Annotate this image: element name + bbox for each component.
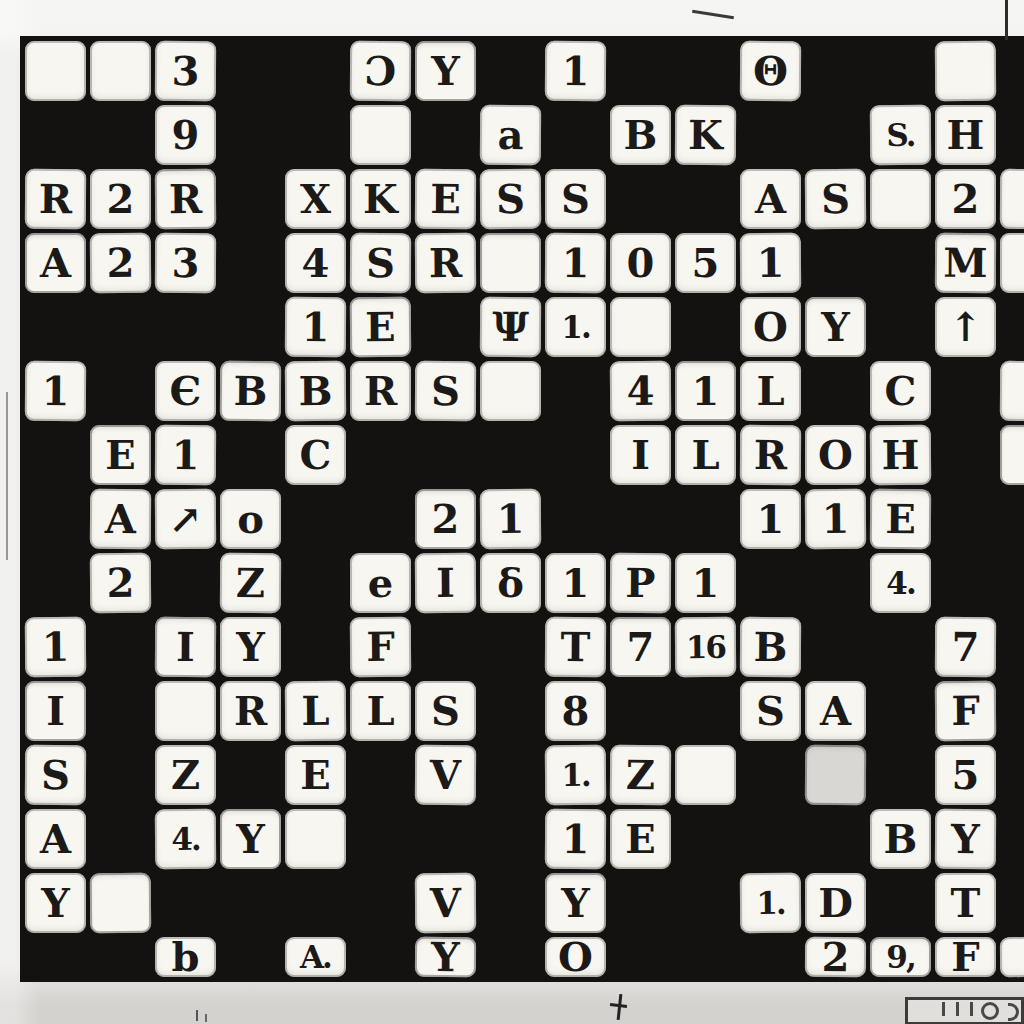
cell-r1c10 [610, 41, 671, 101]
cell-r10c16 [1000, 617, 1024, 677]
cell-r14c1[interactable]: Y [25, 873, 86, 933]
ruled-box-tick [956, 1002, 959, 1016]
cell-r2c6[interactable] [350, 105, 411, 165]
cell-r9c2[interactable]: 2 [90, 553, 152, 614]
cell-r11c15[interactable]: F [935, 681, 997, 742]
cell-r8c8[interactable]: 1 [480, 489, 542, 550]
scanned-crossword-page: 3ƆY1Θ9aBKS.HR2RXKESSAS2A234SR1051M1EΨ1.O… [0, 0, 1024, 1024]
cell-r7c3[interactable]: 1 [155, 425, 216, 485]
cell-r12c7[interactable]: V [415, 745, 476, 805]
cell-r3c7[interactable]: E [415, 169, 476, 229]
cell-r4c4 [220, 233, 281, 293]
cell-r10c13 [805, 617, 866, 677]
cell-r1c12[interactable]: Θ [740, 41, 801, 101]
cell-r2c8[interactable]: a [480, 105, 541, 165]
cell-r7c7 [415, 425, 476, 485]
cell-r6c12[interactable]: L [740, 361, 801, 421]
cell-r4c9[interactable]: 1 [545, 233, 606, 293]
cell-r11c2 [90, 681, 151, 741]
cell-r13c7 [415, 809, 476, 869]
cell-r8c1 [25, 489, 86, 549]
stray-mark-tick [196, 1010, 198, 1021]
cell-r1c7[interactable]: Y [415, 41, 476, 101]
cell-r4c8[interactable] [480, 233, 541, 293]
cell-r6c14[interactable]: C [870, 361, 931, 421]
cell-r4c10[interactable]: 0 [610, 233, 671, 293]
cell-r11c1[interactable]: I [25, 681, 86, 741]
cell-r9c9[interactable]: 1 [545, 553, 606, 613]
cell-r7c12[interactable]: R [740, 425, 801, 485]
cell-r5c5[interactable]: 1 [285, 297, 346, 357]
cell-r10c8 [480, 617, 541, 677]
cell-r5c12[interactable]: O [740, 297, 801, 357]
cell-r12c2 [90, 745, 151, 805]
cell-r11c16 [1000, 681, 1024, 741]
cell-r2c2 [90, 105, 151, 165]
cell-r7c11[interactable]: L [675, 425, 736, 485]
cell-r15c14[interactable]: 9, [870, 937, 931, 977]
cell-r3c1[interactable]: R [25, 169, 86, 229]
cell-r14c3 [155, 873, 216, 933]
ruled-box-tick [970, 1002, 973, 1016]
cell-r9c1 [25, 553, 86, 613]
cell-r5c2 [90, 297, 151, 357]
cell-r14c2[interactable] [90, 873, 152, 934]
cell-r10c2 [90, 617, 151, 677]
cell-r1c5 [285, 41, 346, 101]
cell-r12c11[interactable] [675, 745, 736, 805]
cell-r8c14[interactable]: E [870, 489, 931, 549]
cell-r3c14[interactable] [870, 169, 931, 229]
cell-r7c5[interactable]: C [285, 425, 346, 485]
cell-r7c14[interactable]: H [870, 425, 932, 486]
cell-r5c10[interactable] [610, 297, 671, 357]
cell-r3c12[interactable]: A [740, 169, 801, 229]
cell-r1c3[interactable]: 3 [155, 41, 216, 101]
cell-r9c5 [285, 553, 346, 613]
cell-r12c5[interactable]: E [285, 745, 346, 805]
cell-r2c11[interactable]: K [675, 105, 736, 165]
cell-r14c7[interactable]: V [415, 873, 477, 934]
cell-r13c14[interactable]: B [870, 809, 931, 869]
cell-r8c10 [610, 489, 671, 549]
cell-r13c4[interactable]: Y [220, 809, 281, 869]
cell-r5c14 [870, 297, 931, 357]
cell-r8c9 [545, 489, 606, 549]
cell-r5c4 [220, 297, 281, 357]
cell-r8c4[interactable]: o [220, 489, 281, 549]
cell-r1c16 [1000, 41, 1024, 101]
cell-r2c15[interactable]: H [935, 105, 996, 165]
cell-r10c12[interactable]: B [740, 617, 801, 677]
cell-r15c13[interactable]: 2 [805, 937, 866, 977]
cell-r5c8[interactable]: Ψ [480, 297, 541, 357]
cell-r8c5 [285, 489, 346, 549]
cell-r9c4[interactable]: Z [220, 553, 281, 613]
cell-r14c6 [350, 873, 411, 933]
cell-r8c11 [675, 489, 736, 549]
cell-r13c2 [90, 809, 151, 869]
cell-r1c15[interactable] [935, 41, 997, 102]
cell-r1c4 [220, 41, 281, 101]
cell-r6c1[interactable]: 1 [25, 361, 86, 421]
cell-r7c13[interactable]: O [805, 425, 866, 485]
cell-r5c9[interactable]: 1. [545, 297, 606, 357]
cell-r4c14 [870, 233, 931, 293]
cell-r7c1 [25, 425, 86, 485]
cell-r13c3[interactable]: 4. [155, 809, 217, 870]
stray-mark-top-vline [1005, 0, 1008, 40]
cell-r6c16[interactable] [1000, 361, 1024, 421]
cell-r10c5 [285, 617, 346, 677]
cell-r9c6[interactable]: e [350, 553, 411, 613]
cell-r2c1 [25, 105, 86, 165]
cell-r2c10[interactable]: B [610, 105, 671, 165]
cell-r11c10 [610, 681, 671, 741]
cell-r13c10[interactable]: E [610, 809, 671, 869]
cell-r2c7 [415, 105, 476, 165]
cell-r9c3 [155, 553, 216, 613]
cell-r15c15[interactable]: F [935, 937, 996, 977]
cell-r10c14 [870, 617, 931, 677]
cell-r5c6[interactable]: E [350, 297, 412, 358]
cell-r3c10 [610, 169, 671, 229]
cell-r7c8 [480, 425, 541, 485]
cell-r8c7[interactable]: 2 [415, 489, 476, 549]
ruled-box-circle [981, 1002, 999, 1020]
cell-r14c5 [285, 873, 346, 933]
cell-r7c2[interactable]: E [90, 425, 151, 485]
cell-r3c9[interactable]: S [545, 169, 606, 229]
cell-r12c3[interactable]: Z [155, 745, 216, 805]
cell-r13c16 [1000, 809, 1024, 869]
cell-r2c14[interactable]: S. [870, 105, 932, 166]
cell-r5c1 [25, 297, 86, 357]
cell-r15c7[interactable]: Y [415, 937, 476, 977]
cell-r6c5[interactable]: B [285, 361, 347, 422]
cell-r12c13[interactable] [805, 745, 866, 805]
cell-r3c4 [220, 169, 281, 229]
stray-mark-tick [205, 1014, 207, 1022]
stray-mark-left-vline [6, 392, 8, 560]
cell-r14c12[interactable]: 1. [740, 873, 802, 934]
cell-r11c12[interactable]: S [740, 681, 801, 741]
cell-r15c11 [675, 937, 736, 977]
cell-r15c12 [740, 937, 801, 977]
cell-r6c6[interactable]: R [350, 361, 411, 421]
cell-r5c13[interactable]: Y [805, 297, 866, 357]
cell-r14c14 [870, 873, 931, 933]
cell-r2c13 [805, 105, 866, 165]
ruled-box-circle [1008, 1003, 1019, 1021]
cell-r4c16[interactable] [1000, 233, 1024, 293]
cell-r4c6[interactable]: S [350, 233, 411, 293]
cell-r10c6[interactable]: F [350, 617, 412, 678]
cell-r9c13 [805, 553, 866, 613]
cell-r12c15[interactable]: 5 [935, 745, 996, 805]
cell-r3c15[interactable]: 2 [935, 169, 996, 229]
cell-r2c9 [545, 105, 606, 165]
stray-mark-ruled-box [905, 997, 1024, 1024]
cell-r6c3[interactable]: Є [155, 361, 216, 421]
cell-r12c10[interactable]: Z [610, 745, 671, 805]
cell-r11c8 [480, 681, 541, 741]
cell-r4c1[interactable]: A [25, 233, 86, 293]
cell-r9c7[interactable]: I [415, 553, 477, 614]
cell-r13c6 [350, 809, 411, 869]
cell-r13c8 [480, 809, 541, 869]
cell-r15c2 [90, 937, 151, 977]
cell-r5c3 [155, 297, 216, 357]
cell-r10c11[interactable]: 16 [675, 617, 737, 678]
cell-r7c4 [220, 425, 281, 485]
cell-r3c8[interactable]: S [480, 169, 542, 230]
cell-r5c16 [1000, 297, 1024, 357]
cell-r15c8 [480, 937, 541, 977]
cell-r4c13 [805, 233, 866, 293]
cell-r8c13[interactable]: 1 [805, 489, 867, 550]
cell-r6c2 [90, 361, 151, 421]
cell-r1c6[interactable]: Ɔ [350, 41, 411, 101]
cell-r12c9[interactable]: 1. [545, 745, 607, 806]
cell-r11c4[interactable]: R [220, 681, 281, 741]
cell-r1c2[interactable] [90, 41, 151, 101]
cell-r13c13 [805, 809, 866, 869]
cell-r15c4 [220, 937, 281, 977]
cell-r7c9 [545, 425, 606, 485]
cell-r2c3[interactable]: 9 [155, 105, 216, 165]
cell-r10c3[interactable]: I [155, 617, 216, 677]
cell-r10c7 [415, 617, 476, 677]
cell-r15c6 [350, 937, 411, 977]
cell-r12c1[interactable]: S [25, 745, 86, 805]
cell-r7c6 [350, 425, 411, 485]
cell-r10c15[interactable]: 7 [935, 617, 996, 677]
cell-r9c11[interactable]: 1 [675, 553, 736, 613]
cell-r12c4 [220, 745, 281, 805]
cell-r7c15 [935, 425, 996, 485]
cell-r11c7[interactable]: S [415, 681, 476, 741]
cell-r7c16[interactable] [1000, 425, 1024, 485]
cell-r4c11[interactable]: 5 [675, 233, 736, 293]
cell-r15c9[interactable]: O [545, 937, 606, 977]
cell-r10c10[interactable]: 7 [610, 617, 671, 677]
cell-r8c12[interactable]: 1 [740, 489, 801, 549]
cell-r1c13 [805, 41, 866, 101]
cell-r2c16 [1000, 105, 1024, 165]
cell-r14c15[interactable]: T [935, 873, 996, 933]
cell-r14c10 [610, 873, 671, 933]
cell-r6c13 [805, 361, 866, 421]
cell-r9c10[interactable]: P [610, 553, 671, 613]
cell-r4c3[interactable]: 3 [155, 233, 216, 293]
cell-r12c6 [350, 745, 411, 805]
cell-r9c15 [935, 553, 996, 613]
cell-r4c5[interactable]: 4 [285, 233, 346, 293]
cell-r13c1[interactable]: A [25, 809, 86, 869]
cell-r10c9[interactable]: T [545, 617, 606, 677]
cell-r2c5 [285, 105, 346, 165]
cell-r3c11 [675, 169, 736, 229]
cell-r3c6[interactable]: K [350, 169, 411, 229]
cell-r5c15[interactable]: ↑ [935, 297, 996, 357]
cell-r11c5[interactable]: L [285, 681, 347, 742]
cell-r2c12 [740, 105, 801, 165]
cell-r11c14 [870, 681, 931, 741]
cell-r15c16[interactable] [1000, 937, 1024, 978]
cell-r6c10[interactable]: 4 [610, 361, 672, 422]
cell-r12c16 [1000, 745, 1024, 805]
cell-r11c13[interactable]: A [805, 681, 866, 741]
cell-r11c9[interactable]: 8 [545, 681, 606, 741]
cell-r13c15[interactable]: Y [935, 809, 996, 869]
cell-r8c16 [1000, 489, 1024, 549]
cell-r4c12[interactable]: 1 [740, 233, 802, 294]
cell-r3c13[interactable]: S [805, 169, 867, 230]
stray-mark-top-dash [692, 10, 734, 20]
cell-r8c6 [350, 489, 411, 549]
cell-r6c11[interactable]: 1 [675, 361, 736, 421]
cell-r11c3[interactable] [155, 681, 216, 741]
cell-r4c7[interactable]: R [415, 233, 477, 294]
cell-r12c14 [870, 745, 931, 805]
cell-r7c10[interactable]: I [610, 425, 671, 485]
cell-r5c7 [415, 297, 476, 357]
cell-r4c2[interactable]: 2 [90, 233, 152, 294]
cell-r6c9 [545, 361, 606, 421]
cell-r1c11 [675, 41, 736, 101]
cell-r13c12 [740, 809, 801, 869]
cell-r15c5[interactable]: A. [285, 937, 346, 977]
cell-r14c16 [1000, 873, 1024, 933]
cell-r14c13[interactable]: D [805, 873, 866, 933]
cell-r8c2[interactable]: A [90, 489, 151, 549]
cell-r11c6[interactable]: L [350, 681, 411, 741]
cell-r9c8[interactable]: δ [480, 553, 541, 613]
cell-r15c1 [25, 937, 86, 977]
cell-r1c14 [870, 41, 931, 101]
cell-r14c4 [220, 873, 281, 933]
ruled-box-tick [942, 1002, 945, 1016]
cell-r10c4[interactable]: Y [220, 617, 281, 677]
cell-r12c8 [480, 745, 541, 805]
cell-r6c7[interactable]: S [415, 361, 476, 421]
cell-r13c9[interactable]: 1 [545, 809, 606, 869]
cell-r13c11 [675, 809, 736, 869]
cell-r3c16[interactable] [1000, 169, 1024, 229]
cell-r8c15 [935, 489, 996, 549]
cell-r10c1[interactable]: 1 [25, 617, 87, 678]
cell-r9c12 [740, 553, 801, 613]
cell-r5c11 [675, 297, 736, 357]
cell-r1c8 [480, 41, 541, 101]
cell-r14c9[interactable]: Y [545, 873, 606, 933]
cell-r2c4 [220, 105, 281, 165]
cell-r1c9[interactable]: 1 [545, 41, 606, 101]
cell-r11c11 [675, 681, 736, 741]
cell-r9c16 [1000, 553, 1024, 613]
cell-r13c5[interactable] [285, 809, 346, 869]
cell-r15c3[interactable]: b [155, 937, 216, 977]
cell-r8c3[interactable]: ↗ [155, 489, 217, 550]
cell-r1c1[interactable] [25, 41, 86, 101]
crossword-board: 3ƆY1Θ9aBKS.HR2RXKESSAS2A234SR1051M1EΨ1.O… [20, 36, 1024, 982]
cell-r3c5[interactable]: X [285, 169, 346, 229]
cell-r14c11 [675, 873, 736, 933]
cell-r6c4[interactable]: B [220, 361, 281, 421]
cell-r14c8 [480, 873, 541, 933]
cell-r9c14[interactable]: 4. [870, 553, 931, 613]
cell-r3c3[interactable]: R [155, 169, 217, 230]
cell-r15c10 [610, 937, 671, 977]
cell-r12c12 [740, 745, 801, 805]
cell-r6c15 [935, 361, 996, 421]
cell-r4c15[interactable]: M [935, 233, 996, 293]
cell-r6c8[interactable] [480, 361, 541, 421]
cell-r3c2[interactable]: 2 [90, 169, 151, 229]
